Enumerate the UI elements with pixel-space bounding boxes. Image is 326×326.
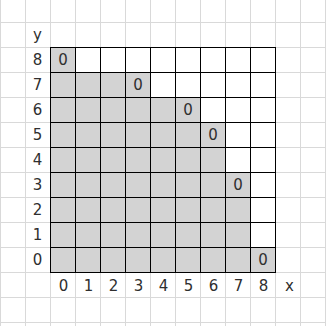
cell-x4-y3 [151, 173, 176, 198]
y-tick-8: 8 [25, 47, 50, 72]
cell-x2-y8 [101, 48, 126, 73]
y-tick-0: 0 [25, 247, 50, 272]
cell-x0-y6 [51, 98, 76, 123]
cell-x3-y0 [126, 248, 151, 273]
cell-x8-y3 [251, 173, 276, 198]
cell-x6-y4 [201, 148, 226, 173]
cell-x8-y2 [251, 198, 276, 223]
y-tick-6: 6 [25, 97, 50, 122]
cell-x8-y4 [251, 148, 276, 173]
cell-x7-y3: 0 [226, 173, 251, 198]
cell-x3-y2 [126, 198, 151, 223]
cell-x7-y4 [226, 148, 251, 173]
cell-x7-y8 [226, 48, 251, 73]
cell-x2-y3 [101, 173, 126, 198]
x-tick-2: 2 [101, 273, 126, 298]
cell-x6-y0 [201, 248, 226, 273]
cell-x8-y1 [251, 223, 276, 248]
cell-x2-y6 [101, 98, 126, 123]
cell-x2-y0 [101, 248, 126, 273]
y-axis-label: y [25, 22, 50, 47]
y-tick-1: 1 [25, 222, 50, 247]
x-tick-1: 1 [76, 273, 101, 298]
cell-x3-y6 [126, 98, 151, 123]
cell-x0-y8: 0 [51, 48, 76, 73]
cell-x1-y4 [76, 148, 101, 173]
cell-x6-y2 [201, 198, 226, 223]
cell-x5-y2 [176, 198, 201, 223]
x-axis-tick-labels: 012345678 [51, 273, 276, 298]
cell-x7-y5 [226, 123, 251, 148]
cell-x1-y0 [76, 248, 101, 273]
cell-x8-y6 [251, 98, 276, 123]
cell-x0-y7 [51, 73, 76, 98]
x-tick-4: 4 [151, 273, 176, 298]
cell-x6-y7 [201, 73, 226, 98]
cell-x6-y6 [201, 98, 226, 123]
cell-x2-y1 [101, 223, 126, 248]
diagram-canvas: y 876543210 000000 012345678 x [0, 0, 326, 326]
cell-x0-y5 [51, 123, 76, 148]
cell-x1-y3 [76, 173, 101, 198]
cell-x7-y7 [226, 73, 251, 98]
cell-x1-y7 [76, 73, 101, 98]
cell-x0-y3 [51, 173, 76, 198]
x-tick-8: 8 [251, 273, 276, 298]
x-tick-5: 5 [176, 273, 201, 298]
y-tick-2: 2 [25, 197, 50, 222]
cell-x1-y6 [76, 98, 101, 123]
cell-x4-y6 [151, 98, 176, 123]
cell-x7-y2 [226, 198, 251, 223]
y-tick-3: 3 [25, 172, 50, 197]
cell-x5-y8 [176, 48, 201, 73]
cell-x7-y6 [226, 98, 251, 123]
cell-x2-y4 [101, 148, 126, 173]
x-tick-3: 3 [126, 273, 151, 298]
cell-x8-y0: 0 [251, 248, 276, 273]
cell-x0-y4 [51, 148, 76, 173]
cell-x6-y5: 0 [201, 123, 226, 148]
cell-x5-y3 [176, 173, 201, 198]
cell-x3-y3 [126, 173, 151, 198]
cell-x1-y1 [76, 223, 101, 248]
cell-x0-y1 [51, 223, 76, 248]
x-tick-0: 0 [51, 273, 76, 298]
cell-x3-y7: 0 [126, 73, 151, 98]
cell-x5-y4 [176, 148, 201, 173]
cell-x4-y5 [151, 123, 176, 148]
cell-x5-y5 [176, 123, 201, 148]
cell-x1-y5 [76, 123, 101, 148]
cell-x1-y2 [76, 198, 101, 223]
cell-x4-y8 [151, 48, 176, 73]
cell-x4-y1 [151, 223, 176, 248]
cell-x4-y0 [151, 248, 176, 273]
cell-x5-y0 [176, 248, 201, 273]
cell-x2-y5 [101, 123, 126, 148]
grid-board: 000000 [50, 47, 276, 273]
y-tick-4: 4 [25, 147, 50, 172]
cell-x3-y5 [126, 123, 151, 148]
cell-x0-y0 [51, 248, 76, 273]
y-tick-5: 5 [25, 122, 50, 147]
x-tick-7: 7 [226, 273, 251, 298]
cell-x4-y4 [151, 148, 176, 173]
cell-x6-y3 [201, 173, 226, 198]
cell-x8-y5 [251, 123, 276, 148]
cell-x5-y7 [176, 73, 201, 98]
cell-x6-y1 [201, 223, 226, 248]
cell-x3-y1 [126, 223, 151, 248]
x-axis-label: x [277, 273, 302, 298]
cell-x7-y0 [226, 248, 251, 273]
cell-x2-y7 [101, 73, 126, 98]
y-tick-7: 7 [25, 72, 50, 97]
cell-x1-y8 [76, 48, 101, 73]
cell-x2-y2 [101, 198, 126, 223]
cell-x5-y6: 0 [176, 98, 201, 123]
cell-x6-y8 [201, 48, 226, 73]
y-axis-tick-labels: 876543210 [25, 47, 50, 272]
cell-x5-y1 [176, 223, 201, 248]
cell-x4-y2 [151, 198, 176, 223]
cell-x3-y4 [126, 148, 151, 173]
cell-x8-y8 [251, 48, 276, 73]
cell-x4-y7 [151, 73, 176, 98]
x-tick-6: 6 [201, 273, 226, 298]
cell-x8-y7 [251, 73, 276, 98]
cell-x7-y1 [226, 223, 251, 248]
cell-x0-y2 [51, 198, 76, 223]
cell-x3-y8 [126, 48, 151, 73]
